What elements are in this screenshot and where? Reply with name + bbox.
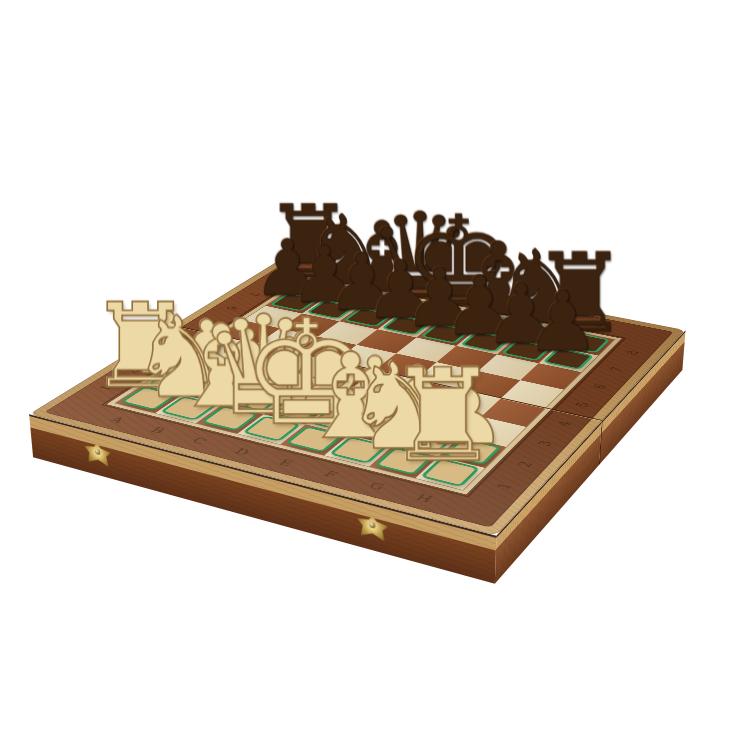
photo-scene: ABCDEFGH ABCDEFGH 87654321 87654321 ♜♞♝♛… — [0, 0, 750, 750]
chess-board: ABCDEFGH ABCDEFGH 87654321 87654321 ♜♞♝♛… — [29, 254, 685, 536]
pieces-layer: ♜♞♝♛♚♝♞♜♟♟♟♟♟♟♟♟♟♟♟♟♟♟♟♟♜♞♝♛♚♝♞♜ — [29, 254, 685, 536]
piece-white-rook-h1: ♜ — [415, 457, 485, 490]
product-photo-background: ABCDEFGH ABCDEFGH 87654321 87654321 ♜♞♝♛… — [0, 0, 750, 750]
white-rook-glyph: ♜ — [340, 351, 546, 479]
